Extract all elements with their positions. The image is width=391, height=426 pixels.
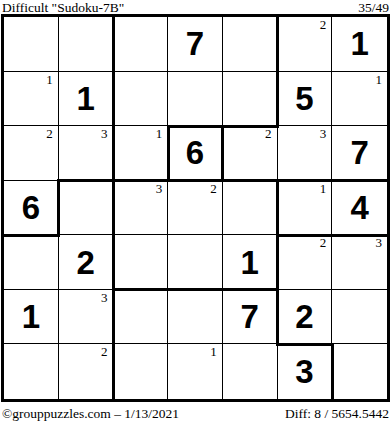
- given-digit: 7: [332, 126, 387, 180]
- cell-r1c1[interactable]: [4, 17, 59, 72]
- cell-r1c2[interactable]: [59, 17, 114, 72]
- given-digit: 1: [332, 17, 387, 71]
- given-digit: 6: [168, 126, 222, 180]
- cell-r1c5[interactable]: [223, 17, 278, 72]
- cell-r2c6: 5: [278, 72, 333, 127]
- cell-r2c5[interactable]: [223, 72, 278, 127]
- corner-mark: 1: [46, 73, 53, 86]
- corner-mark: 3: [101, 291, 108, 304]
- given-digit: 2: [59, 235, 113, 289]
- cell-r5c1[interactable]: [4, 235, 59, 290]
- cell-r2c3[interactable]: [113, 72, 168, 127]
- corner-mark: 2: [320, 236, 327, 249]
- given-digit: 1: [4, 290, 58, 344]
- cell-r2c2: 1: [59, 72, 114, 127]
- given-digit: 7: [223, 290, 277, 344]
- cell-r1c4: 7: [168, 17, 223, 72]
- cell-r7c1[interactable]: [4, 344, 59, 399]
- cell-r6c4[interactable]: [168, 290, 223, 345]
- cell-r3c7: 7: [332, 126, 387, 181]
- corner-mark: 2: [101, 345, 108, 358]
- cell-r2c1[interactable]: 1: [4, 72, 59, 127]
- cell-r1c7: 1: [332, 17, 387, 72]
- corner-mark: 2: [46, 127, 53, 140]
- cell-r4c2[interactable]: [59, 181, 114, 236]
- cell-r3c1[interactable]: 2: [4, 126, 59, 181]
- corner-mark: 1: [320, 182, 327, 195]
- cell-r5c3[interactable]: [113, 235, 168, 290]
- cell-r3c6[interactable]: 3: [278, 126, 333, 181]
- corner-mark: 1: [156, 127, 163, 140]
- cell-r7c6: 3: [278, 344, 333, 399]
- corner-mark: 3: [156, 182, 163, 195]
- cell-r7c7[interactable]: [332, 344, 387, 399]
- corner-mark: 3: [101, 127, 108, 140]
- given-digit: 4: [332, 181, 387, 235]
- cell-r7c2[interactable]: 2: [59, 344, 114, 399]
- progress-counter: 35/49: [358, 0, 389, 15]
- given-digit: 1: [59, 72, 113, 126]
- cell-r5c6[interactable]: 2: [278, 235, 333, 290]
- cell-r6c7[interactable]: [332, 290, 387, 345]
- copyright-date: ©grouppuzzles.com – 1/13/2021: [2, 406, 179, 422]
- cell-r2c7[interactable]: 1: [332, 72, 387, 127]
- cell-r7c3[interactable]: [113, 344, 168, 399]
- cell-r4c7: 4: [332, 181, 387, 236]
- cell-r6c6: 2: [278, 290, 333, 345]
- corner-mark: 3: [320, 127, 327, 140]
- difficulty-rating: Diff: 8 / 5654.5442: [285, 406, 389, 422]
- cell-r3c4: 6: [168, 126, 223, 181]
- given-digit: 7: [168, 17, 222, 71]
- cell-r4c1: 6: [4, 181, 59, 236]
- sudoku-grid: 721115123162376321421231372213: [1, 14, 390, 402]
- cell-r4c5[interactable]: [223, 181, 278, 236]
- cell-r7c4[interactable]: 1: [168, 344, 223, 399]
- cell-r5c2: 2: [59, 235, 114, 290]
- cell-r4c4[interactable]: 2: [168, 181, 223, 236]
- cell-r5c4[interactable]: [168, 235, 223, 290]
- cell-r3c5[interactable]: 2: [223, 126, 278, 181]
- cell-r3c2[interactable]: 3: [59, 126, 114, 181]
- given-digit: 1: [223, 235, 277, 289]
- corner-mark: 2: [320, 18, 327, 31]
- cell-r6c5: 7: [223, 290, 278, 345]
- puzzle-title: Difficult "Sudoku-7B": [2, 0, 124, 15]
- cell-r2c4[interactable]: [168, 72, 223, 127]
- given-digit: 6: [4, 181, 58, 235]
- given-digit: 5: [278, 72, 332, 126]
- corner-mark: 2: [265, 127, 272, 140]
- cell-r3c3[interactable]: 1: [113, 126, 168, 181]
- corner-mark: 2: [210, 182, 217, 195]
- cell-r5c7[interactable]: 3: [332, 235, 387, 290]
- cell-r4c6[interactable]: 1: [278, 181, 333, 236]
- cell-r1c3[interactable]: [113, 17, 168, 72]
- cell-r5c5: 1: [223, 235, 278, 290]
- cell-r1c6[interactable]: 2: [278, 17, 333, 72]
- corner-mark: 3: [376, 236, 383, 249]
- given-digit: 3: [278, 344, 332, 399]
- cell-r6c1: 1: [4, 290, 59, 345]
- cell-r4c3[interactable]: 3: [113, 181, 168, 236]
- corner-mark: 1: [210, 345, 217, 358]
- corner-mark: 1: [376, 73, 383, 86]
- page: Difficult "Sudoku-7B" 35/49 721115123162…: [0, 0, 391, 426]
- given-digit: 2: [278, 290, 332, 344]
- cell-r6c3[interactable]: [113, 290, 168, 345]
- cell-r7c5[interactable]: [223, 344, 278, 399]
- cell-r6c2[interactable]: 3: [59, 290, 114, 345]
